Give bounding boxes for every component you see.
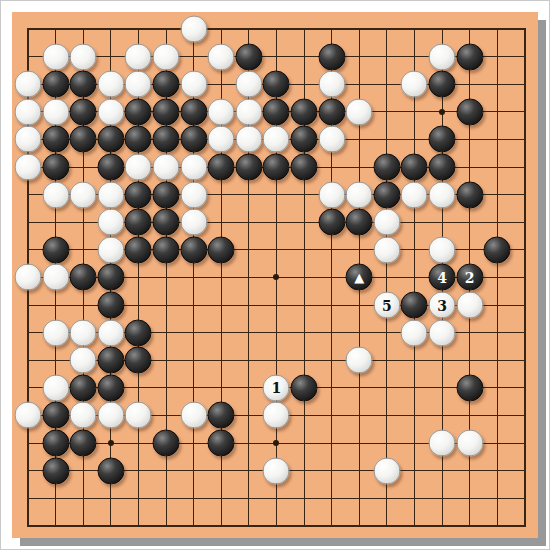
black-stone[interactable]	[125, 347, 152, 374]
white-stone[interactable]	[125, 71, 152, 98]
white-stone[interactable]	[153, 43, 180, 70]
white-stone[interactable]	[235, 71, 262, 98]
black-stone[interactable]	[153, 236, 180, 263]
black-stone[interactable]	[318, 43, 345, 70]
black-stone[interactable]: 2	[456, 264, 483, 291]
triangle-marker: ▲	[354, 271, 364, 284]
white-stone[interactable]	[125, 402, 152, 429]
white-stone[interactable]	[15, 98, 42, 125]
black-stone[interactable]	[291, 154, 318, 181]
white-stone[interactable]	[429, 236, 456, 263]
black-stone[interactable]	[70, 430, 97, 457]
black-stone[interactable]	[70, 126, 97, 153]
black-stone[interactable]	[125, 319, 152, 346]
white-stone[interactable]: 3	[429, 292, 456, 319]
black-stone[interactable]	[153, 430, 180, 457]
white-stone[interactable]	[346, 98, 373, 125]
black-stone[interactable]	[235, 43, 262, 70]
white-stone[interactable]	[15, 264, 42, 291]
black-stone[interactable]	[180, 126, 207, 153]
white-stone[interactable]	[42, 319, 69, 346]
white-stone[interactable]	[15, 154, 42, 181]
white-stone[interactable]	[125, 154, 152, 181]
star-point	[439, 109, 445, 115]
black-stone[interactable]	[42, 430, 69, 457]
white-stone[interactable]	[429, 319, 456, 346]
white-stone[interactable]	[235, 98, 262, 125]
black-stone[interactable]	[70, 98, 97, 125]
black-stone[interactable]	[42, 154, 69, 181]
white-stone[interactable]	[456, 430, 483, 457]
white-stone[interactable]	[15, 71, 42, 98]
white-stone[interactable]	[70, 402, 97, 429]
black-stone[interactable]: 4	[429, 264, 456, 291]
white-stone[interactable]	[263, 402, 290, 429]
white-stone[interactable]	[180, 71, 207, 98]
white-stone[interactable]	[97, 402, 124, 429]
black-stone[interactable]	[208, 236, 235, 263]
black-stone[interactable]	[263, 71, 290, 98]
black-stone[interactable]	[42, 402, 69, 429]
white-stone[interactable]	[401, 319, 428, 346]
black-stone[interactable]	[456, 43, 483, 70]
white-stone[interactable]	[401, 181, 428, 208]
white-stone[interactable]	[70, 181, 97, 208]
white-stone[interactable]	[456, 292, 483, 319]
black-stone[interactable]	[291, 126, 318, 153]
black-stone[interactable]	[484, 236, 511, 263]
white-stone[interactable]	[373, 236, 400, 263]
black-stone[interactable]	[429, 154, 456, 181]
black-stone[interactable]	[153, 98, 180, 125]
black-stone[interactable]	[401, 154, 428, 181]
black-stone[interactable]	[42, 457, 69, 484]
white-stone[interactable]	[97, 98, 124, 125]
white-stone[interactable]	[208, 126, 235, 153]
white-stone[interactable]	[97, 71, 124, 98]
black-stone[interactable]	[42, 236, 69, 263]
white-stone[interactable]	[70, 347, 97, 374]
white-stone[interactable]	[180, 402, 207, 429]
white-stone[interactable]	[208, 43, 235, 70]
white-stone[interactable]	[346, 347, 373, 374]
black-stone[interactable]	[125, 126, 152, 153]
black-stone[interactable]	[125, 181, 152, 208]
white-stone[interactable]	[70, 319, 97, 346]
go-board-window: ▲42531	[0, 0, 550, 550]
move-number-label: 3	[437, 298, 447, 312]
black-stone[interactable]	[291, 98, 318, 125]
white-stone[interactable]	[153, 154, 180, 181]
white-stone[interactable]	[97, 181, 124, 208]
white-stone[interactable]	[429, 43, 456, 70]
black-stone[interactable]	[208, 430, 235, 457]
black-stone[interactable]	[153, 71, 180, 98]
black-stone[interactable]	[401, 292, 428, 319]
white-stone[interactable]	[180, 16, 207, 43]
white-stone[interactable]	[318, 181, 345, 208]
go-board[interactable]: ▲42531	[12, 12, 538, 538]
move-number-label: 5	[382, 298, 392, 312]
move-number-label: 1	[272, 381, 282, 395]
white-stone[interactable]	[42, 181, 69, 208]
white-stone[interactable]: 1	[263, 374, 290, 401]
white-stone[interactable]	[180, 181, 207, 208]
white-stone[interactable]	[235, 126, 262, 153]
move-number-label: 4	[437, 270, 447, 284]
black-stone[interactable]	[318, 209, 345, 236]
white-stone[interactable]: 5	[373, 292, 400, 319]
white-stone[interactable]	[373, 209, 400, 236]
star-point	[108, 440, 114, 446]
white-stone[interactable]	[373, 457, 400, 484]
star-point	[273, 274, 279, 280]
black-stone[interactable]	[42, 126, 69, 153]
black-stone[interactable]	[125, 98, 152, 125]
white-stone[interactable]	[318, 126, 345, 153]
black-stone[interactable]	[97, 292, 124, 319]
white-stone[interactable]	[125, 43, 152, 70]
black-stone[interactable]	[97, 264, 124, 291]
black-stone[interactable]	[429, 126, 456, 153]
black-stone[interactable]	[97, 154, 124, 181]
black-stone[interactable]	[208, 154, 235, 181]
black-stone[interactable]	[153, 181, 180, 208]
black-stone[interactable]	[70, 374, 97, 401]
white-stone[interactable]	[263, 126, 290, 153]
black-stone[interactable]	[373, 181, 400, 208]
white-stone[interactable]	[97, 236, 124, 263]
white-stone[interactable]	[429, 430, 456, 457]
black-stone[interactable]	[125, 209, 152, 236]
black-stone[interactable]	[97, 126, 124, 153]
black-stone[interactable]	[208, 402, 235, 429]
black-stone[interactable]	[97, 347, 124, 374]
white-stone[interactable]	[429, 181, 456, 208]
white-stone[interactable]	[180, 154, 207, 181]
white-stone[interactable]	[263, 457, 290, 484]
star-point	[273, 440, 279, 446]
white-stone[interactable]	[346, 181, 373, 208]
black-stone[interactable]	[180, 98, 207, 125]
black-stone[interactable]	[456, 374, 483, 401]
black-stone[interactable]	[263, 98, 290, 125]
white-stone[interactable]	[15, 402, 42, 429]
black-stone[interactable]	[153, 209, 180, 236]
black-stone[interactable]	[456, 181, 483, 208]
black-stone[interactable]	[97, 457, 124, 484]
black-stone[interactable]	[70, 71, 97, 98]
black-stone[interactable]	[429, 71, 456, 98]
black-stone[interactable]	[291, 374, 318, 401]
black-stone[interactable]	[180, 236, 207, 263]
white-stone[interactable]	[70, 43, 97, 70]
black-stone[interactable]	[153, 126, 180, 153]
black-stone[interactable]	[235, 154, 262, 181]
black-stone[interactable]	[373, 154, 400, 181]
black-stone[interactable]	[97, 374, 124, 401]
black-stone[interactable]	[456, 98, 483, 125]
white-stone[interactable]	[42, 264, 69, 291]
black-stone[interactable]	[346, 209, 373, 236]
white-stone[interactable]	[97, 319, 124, 346]
white-stone[interactable]	[42, 43, 69, 70]
white-stone[interactable]	[401, 71, 428, 98]
white-stone[interactable]	[180, 209, 207, 236]
black-stone[interactable]	[263, 154, 290, 181]
white-stone[interactable]	[42, 98, 69, 125]
black-stone[interactable]	[70, 264, 97, 291]
black-stone[interactable]	[318, 98, 345, 125]
black-stone[interactable]	[42, 71, 69, 98]
white-stone[interactable]	[42, 374, 69, 401]
black-stone[interactable]: ▲	[346, 264, 373, 291]
white-stone[interactable]	[15, 126, 42, 153]
white-stone[interactable]	[97, 209, 124, 236]
white-stone[interactable]	[208, 98, 235, 125]
move-number-label: 2	[465, 270, 475, 284]
white-stone[interactable]	[318, 71, 345, 98]
black-stone[interactable]	[125, 236, 152, 263]
